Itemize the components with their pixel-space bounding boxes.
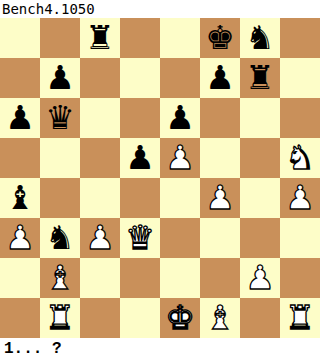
square-d5[interactable]: ♟: [120, 138, 160, 178]
square-e7[interactable]: [160, 58, 200, 98]
piece-black-knight: ♞: [245, 18, 275, 58]
square-a6[interactable]: ♟: [0, 98, 40, 138]
square-b1[interactable]: ♜: [40, 298, 80, 338]
piece-white-bishop: ♝: [45, 258, 75, 298]
square-f4[interactable]: ♟: [200, 178, 240, 218]
square-h6[interactable]: [280, 98, 320, 138]
square-d4[interactable]: [120, 178, 160, 218]
piece-black-pawn: ♟: [125, 138, 155, 178]
piece-black-pawn: ♟: [45, 58, 75, 98]
square-f7[interactable]: ♟: [200, 58, 240, 98]
square-h7[interactable]: [280, 58, 320, 98]
chess-board: ♜♚♞♟♟♜♟♛♟♟♟♞♝♟♟♟♞♟♛♝♟♜♚♝♜: [0, 18, 320, 338]
square-b5[interactable]: [40, 138, 80, 178]
piece-white-pawn: ♟: [5, 218, 35, 258]
square-g6[interactable]: [240, 98, 280, 138]
square-c5[interactable]: [80, 138, 120, 178]
square-b7[interactable]: ♟: [40, 58, 80, 98]
square-d2[interactable]: [120, 258, 160, 298]
piece-black-rook: ♜: [85, 18, 115, 58]
piece-black-knight: ♞: [45, 218, 75, 258]
piece-white-pawn: ♟: [245, 258, 275, 298]
square-b6[interactable]: ♛: [40, 98, 80, 138]
position-title: Bench4.1050: [0, 0, 320, 18]
square-a8[interactable]: [0, 18, 40, 58]
square-e2[interactable]: [160, 258, 200, 298]
square-c4[interactable]: [80, 178, 120, 218]
square-c8[interactable]: ♜: [80, 18, 120, 58]
square-f5[interactable]: [200, 138, 240, 178]
square-g3[interactable]: [240, 218, 280, 258]
square-c6[interactable]: [80, 98, 120, 138]
move-prompt: 1... ?: [0, 338, 320, 360]
square-f8[interactable]: ♚: [200, 18, 240, 58]
square-c2[interactable]: [80, 258, 120, 298]
piece-white-pawn: ♟: [165, 138, 195, 178]
square-b2[interactable]: ♝: [40, 258, 80, 298]
piece-black-pawn: ♟: [205, 58, 235, 98]
square-h2[interactable]: [280, 258, 320, 298]
piece-black-queen: ♛: [45, 98, 75, 138]
square-g2[interactable]: ♟: [240, 258, 280, 298]
square-e1[interactable]: ♚: [160, 298, 200, 338]
square-g5[interactable]: [240, 138, 280, 178]
piece-white-pawn: ♟: [85, 218, 115, 258]
square-e6[interactable]: ♟: [160, 98, 200, 138]
piece-black-bishop: ♝: [5, 178, 35, 218]
square-g1[interactable]: [240, 298, 280, 338]
square-b4[interactable]: [40, 178, 80, 218]
square-c3[interactable]: ♟: [80, 218, 120, 258]
square-h4[interactable]: ♟: [280, 178, 320, 218]
piece-white-queen: ♛: [125, 218, 155, 258]
square-d3[interactable]: ♛: [120, 218, 160, 258]
piece-white-pawn: ♟: [205, 178, 235, 218]
square-d7[interactable]: [120, 58, 160, 98]
square-a3[interactable]: ♟: [0, 218, 40, 258]
square-e4[interactable]: [160, 178, 200, 218]
piece-white-pawn: ♟: [285, 178, 315, 218]
piece-white-rook: ♜: [285, 298, 315, 338]
square-a1[interactable]: [0, 298, 40, 338]
square-h8[interactable]: [280, 18, 320, 58]
square-b8[interactable]: [40, 18, 80, 58]
chess-app-window: Bench4.1050 ♜♚♞♟♟♜♟♛♟♟♟♞♝♟♟♟♞♟♛♝♟♜♚♝♜ 1.…: [0, 0, 320, 360]
square-a4[interactable]: ♝: [0, 178, 40, 218]
square-g8[interactable]: ♞: [240, 18, 280, 58]
piece-black-pawn: ♟: [165, 98, 195, 138]
square-d8[interactable]: [120, 18, 160, 58]
square-c1[interactable]: [80, 298, 120, 338]
square-f2[interactable]: [200, 258, 240, 298]
square-e3[interactable]: [160, 218, 200, 258]
piece-white-king: ♚: [165, 298, 195, 338]
square-h3[interactable]: [280, 218, 320, 258]
square-f6[interactable]: [200, 98, 240, 138]
square-h5[interactable]: ♞: [280, 138, 320, 178]
square-g7[interactable]: ♜: [240, 58, 280, 98]
square-b3[interactable]: ♞: [40, 218, 80, 258]
square-h1[interactable]: ♜: [280, 298, 320, 338]
piece-white-bishop: ♝: [205, 298, 235, 338]
square-g4[interactable]: [240, 178, 280, 218]
square-f1[interactable]: ♝: [200, 298, 240, 338]
square-c7[interactable]: [80, 58, 120, 98]
square-f3[interactable]: [200, 218, 240, 258]
square-a7[interactable]: [0, 58, 40, 98]
square-a2[interactable]: [0, 258, 40, 298]
piece-white-knight: ♞: [285, 138, 315, 178]
square-e8[interactable]: [160, 18, 200, 58]
square-e5[interactable]: ♟: [160, 138, 200, 178]
piece-black-king: ♚: [205, 18, 235, 58]
square-a5[interactable]: [0, 138, 40, 178]
piece-white-rook: ♜: [45, 298, 75, 338]
square-d6[interactable]: [120, 98, 160, 138]
piece-black-rook: ♜: [245, 58, 275, 98]
piece-black-pawn: ♟: [5, 98, 35, 138]
square-d1[interactable]: [120, 298, 160, 338]
